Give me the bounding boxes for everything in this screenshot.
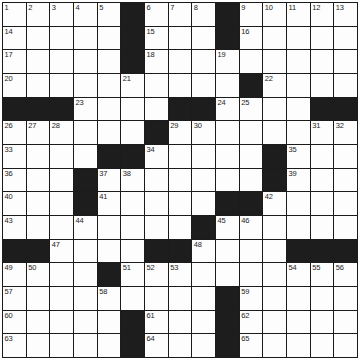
clue-number: 23 [74,98,97,107]
cell-r12c8[interactable]: 53 [169,263,192,286]
cell-r11c9[interactable]: 48 [192,240,215,263]
cell-r14c12[interactable] [263,311,286,334]
clue-number: 60 [3,311,26,320]
cell-r8c13[interactable]: 39 [287,169,310,192]
clue-number: 65 [240,334,263,343]
cell-r15c7[interactable]: 64 [145,334,168,357]
clue-number: 5 [98,3,121,12]
cell-r15c3[interactable] [50,334,73,357]
cell-r5c13[interactable] [287,98,310,121]
cell-r13c14[interactable] [311,287,334,310]
clue-number: 61 [145,311,168,320]
cell-r6c11[interactable] [240,121,263,144]
clue-number: 51 [121,263,144,272]
cell-r8c1[interactable]: 36 [3,169,26,192]
cell-r7c4[interactable] [74,145,97,168]
cell-r9c6[interactable] [121,192,144,215]
clue-number: 6 [145,3,168,12]
cell-r6c10[interactable] [216,121,239,144]
cell-r5c7[interactable] [145,98,168,121]
block-cell-r1c6 [121,3,144,26]
cell-r8c8[interactable] [169,169,192,192]
block-cell-r11c8 [169,240,192,263]
clue-number: 45 [216,216,239,225]
clue-number: 38 [121,169,144,178]
cell-r10c3[interactable] [50,216,73,239]
cell-r7c8[interactable] [169,145,192,168]
cell-r10c7[interactable] [145,216,168,239]
cell-r14c11[interactable]: 62 [240,311,263,334]
cell-r5c4[interactable]: 23 [74,98,97,121]
cell-r3c14[interactable] [311,50,334,73]
cell-r4c2[interactable] [27,74,50,97]
block-cell-r11c14 [311,240,334,263]
clue-number: 18 [145,50,168,59]
cell-r5c12[interactable] [263,98,286,121]
cell-r3c12[interactable] [263,50,286,73]
block-cell-r7c12 [263,145,286,168]
cell-r7c9[interactable] [192,145,215,168]
cell-r1c8[interactable]: 7 [169,3,192,26]
cell-r15c13[interactable] [287,334,310,357]
block-cell-r5c8 [169,98,192,121]
cell-r15c14[interactable] [311,334,334,357]
cell-r9c1[interactable]: 40 [3,192,26,215]
clue-number: 19 [216,50,239,59]
clue-number: 43 [3,216,26,225]
clue-number: 54 [287,263,310,272]
cell-r9c9[interactable] [192,192,215,215]
cell-r12c7[interactable]: 52 [145,263,168,286]
clue-number: 32 [334,121,357,130]
cell-r6c8[interactable]: 29 [169,121,192,144]
block-cell-r1c10 [216,3,239,26]
cell-r3c10[interactable]: 19 [216,50,239,73]
block-cell-r11c7 [145,240,168,263]
cell-r11c4[interactable] [74,240,97,263]
clue-number: 34 [145,145,168,154]
cell-r14c13[interactable] [287,311,310,334]
clue-number: 24 [216,98,239,107]
cell-r4c8[interactable] [169,74,192,97]
cell-r9c7[interactable] [145,192,168,215]
cell-r2c2[interactable] [27,27,50,50]
clue-number: 13 [334,3,357,12]
cell-r4c10[interactable] [216,74,239,97]
cell-r3c4[interactable] [74,50,97,73]
cell-r12c1[interactable]: 49 [3,263,26,286]
cell-r14c15[interactable] [334,311,357,334]
cell-r6c1[interactable]: 26 [3,121,26,144]
block-cell-r9c11 [240,192,263,215]
block-cell-r5c1 [3,98,26,121]
cell-r7c2[interactable] [27,145,50,168]
crossword-grid: 1234567891011121314151617181920212223242… [2,2,358,358]
cell-r12c9[interactable] [192,263,215,286]
cell-r8c14[interactable] [311,169,334,192]
cell-r12c6[interactable]: 51 [121,263,144,286]
clue-number: 16 [240,27,263,36]
cell-r15c8[interactable] [169,334,192,357]
cell-r9c12[interactable]: 42 [263,192,286,215]
cell-r1c9[interactable]: 8 [192,3,215,26]
cell-r1c11[interactable]: 9 [240,3,263,26]
cell-r3c15[interactable] [334,50,357,73]
clue-number: 27 [27,121,50,130]
cell-r2c13[interactable] [287,27,310,50]
cell-r13c2[interactable] [27,287,50,310]
cell-r7c13[interactable]: 35 [287,145,310,168]
cell-r12c14[interactable]: 55 [311,263,334,286]
cell-r2c12[interactable] [263,27,286,50]
cell-r6c14[interactable]: 31 [311,121,334,144]
clue-number: 36 [3,169,26,178]
clue-number: 10 [263,3,286,12]
cell-r14c3[interactable] [50,311,73,334]
cell-r2c4[interactable] [74,27,97,50]
cell-r5c5[interactable] [98,98,121,121]
cell-r9c5[interactable]: 41 [98,192,121,215]
cell-r12c13[interactable]: 54 [287,263,310,286]
cell-r3c1[interactable]: 17 [3,50,26,73]
cell-r15c5[interactable] [98,334,121,357]
clue-number: 50 [27,263,50,272]
clue-number: 44 [74,216,97,225]
clue-number: 35 [287,145,310,154]
cell-r1c4[interactable]: 4 [74,3,97,26]
block-cell-r15c6 [121,334,144,357]
cell-r2c14[interactable] [311,27,334,50]
cell-r8c5[interactable]: 37 [98,169,121,192]
block-cell-r13c10 [216,287,239,310]
block-cell-r14c10 [216,311,239,334]
clue-number: 9 [240,3,263,12]
clue-number: 48 [192,240,215,249]
cell-r10c14[interactable] [311,216,334,239]
cell-r8c15[interactable] [334,169,357,192]
cell-r1c15[interactable]: 13 [334,3,357,26]
cell-r10c12[interactable] [263,216,286,239]
cell-r13c4[interactable] [74,287,97,310]
clue-number: 41 [98,192,121,201]
cell-r13c8[interactable] [169,287,192,310]
cell-r11c5[interactable] [98,240,121,263]
cell-r4c14[interactable] [311,74,334,97]
cell-r6c15[interactable]: 32 [334,121,357,144]
cell-r12c11[interactable] [240,263,263,286]
block-cell-r9c10 [216,192,239,215]
cell-r2c3[interactable] [50,27,73,50]
clue-number: 11 [287,3,310,12]
cell-r13c11[interactable]: 59 [240,287,263,310]
cell-r15c12[interactable] [263,334,286,357]
block-cell-r8c12 [263,169,286,192]
cell-r10c6[interactable] [121,216,144,239]
clue-number: 12 [311,3,334,12]
clue-number: 58 [98,287,121,296]
block-cell-r11c2 [27,240,50,263]
block-cell-r5c3 [50,98,73,121]
block-cell-r7c5 [98,145,121,168]
cell-r7c10[interactable] [216,145,239,168]
cell-r8c2[interactable] [27,169,50,192]
clue-number: 39 [287,169,310,178]
cell-r3c8[interactable] [169,50,192,73]
cell-r10c8[interactable] [169,216,192,239]
cell-r13c5[interactable]: 58 [98,287,121,310]
cell-r12c15[interactable]: 56 [334,263,357,286]
clue-number: 56 [334,263,357,272]
cell-r8c7[interactable] [145,169,168,192]
cell-r10c11[interactable]: 46 [240,216,263,239]
cell-r1c3[interactable]: 3 [50,3,73,26]
cell-r11c6[interactable] [121,240,144,263]
clue-number: 4 [74,3,97,12]
cell-r4c15[interactable] [334,74,357,97]
cell-r1c13[interactable]: 11 [287,3,310,26]
cell-r6c12[interactable] [263,121,286,144]
clue-number: 2 [27,3,50,12]
cell-r6c6[interactable] [121,121,144,144]
cell-r2c1[interactable]: 14 [3,27,26,50]
cell-r10c15[interactable] [334,216,357,239]
cell-r10c5[interactable] [98,216,121,239]
clue-number: 29 [169,121,192,130]
cell-r14c8[interactable] [169,311,192,334]
cell-r13c7[interactable] [145,287,168,310]
block-cell-r15c10 [216,334,239,357]
cell-r8c11[interactable] [240,169,263,192]
clue-number: 31 [311,121,334,130]
cell-r12c4[interactable] [74,263,97,286]
cell-r8c10[interactable] [216,169,239,192]
cell-r6c13[interactable] [287,121,310,144]
cell-r7c14[interactable] [311,145,334,168]
cell-r3c9[interactable] [192,50,215,73]
clue-number: 14 [3,27,26,36]
cell-r3c11[interactable] [240,50,263,73]
block-cell-r12c5 [98,263,121,286]
block-cell-r11c1 [3,240,26,263]
cell-r10c13[interactable] [287,216,310,239]
cell-r2c15[interactable] [334,27,357,50]
cell-r3c5[interactable] [98,50,121,73]
cell-r15c15[interactable] [334,334,357,357]
clue-number: 30 [192,121,215,130]
cell-r13c9[interactable] [192,287,215,310]
cell-r14c2[interactable] [27,311,50,334]
cell-r7c7[interactable]: 34 [145,145,168,168]
cell-r13c12[interactable] [263,287,286,310]
clue-number: 63 [3,334,26,343]
clue-number: 52 [145,263,168,272]
block-cell-r10c9 [192,216,215,239]
cell-r4c13[interactable] [287,74,310,97]
cell-r4c12[interactable]: 22 [263,74,286,97]
cell-r5c11[interactable]: 25 [240,98,263,121]
cell-r2c11[interactable]: 16 [240,27,263,50]
clue-number: 37 [98,169,121,178]
cell-r14c5[interactable] [98,311,121,334]
clue-number: 1 [3,3,26,12]
block-cell-r5c14 [311,98,334,121]
block-cell-r5c2 [27,98,50,121]
clue-number: 53 [169,263,192,272]
cell-r15c1[interactable]: 63 [3,334,26,357]
cell-r7c11[interactable] [240,145,263,168]
cell-r15c2[interactable] [27,334,50,357]
cell-r11c3[interactable]: 47 [50,240,73,263]
cell-r9c13[interactable] [287,192,310,215]
block-cell-r2c10 [216,27,239,50]
clue-number: 25 [240,98,263,107]
cell-r12c12[interactable] [263,263,286,286]
cell-r12c3[interactable] [50,263,73,286]
clue-number: 42 [263,192,286,201]
clue-number: 47 [50,240,73,249]
cell-r14c7[interactable]: 61 [145,311,168,334]
cell-r14c4[interactable] [74,311,97,334]
clue-number: 7 [169,3,192,12]
block-cell-r14c6 [121,311,144,334]
cell-r3c13[interactable] [287,50,310,73]
cell-r15c4[interactable] [74,334,97,357]
cell-r4c5[interactable] [98,74,121,97]
cell-r6c5[interactable] [98,121,121,144]
cell-r13c3[interactable] [50,287,73,310]
cell-r4c9[interactable] [192,74,215,97]
cell-r1c2[interactable]: 2 [27,3,50,26]
clue-number: 3 [50,3,73,12]
block-cell-r5c15 [334,98,357,121]
cell-r3c2[interactable] [27,50,50,73]
block-cell-r3c6 [121,50,144,73]
clue-number: 59 [240,287,263,296]
cell-r7c15[interactable] [334,145,357,168]
block-cell-r7c6 [121,145,144,168]
cell-r9c2[interactable] [27,192,50,215]
cell-r9c14[interactable] [311,192,334,215]
cell-r11c10[interactable] [216,240,239,263]
cell-r10c4[interactable]: 44 [74,216,97,239]
cell-r6c9[interactable]: 30 [192,121,215,144]
clue-number: 57 [3,287,26,296]
cell-r8c6[interactable]: 38 [121,169,144,192]
clue-number: 64 [145,334,168,343]
clue-number: 15 [145,27,168,36]
cell-r3c7[interactable]: 18 [145,50,168,73]
cell-r4c4[interactable] [74,74,97,97]
block-cell-r9c4 [74,192,97,215]
block-cell-r8c4 [74,169,97,192]
cell-r1c12[interactable]: 10 [263,3,286,26]
cell-r15c9[interactable] [192,334,215,357]
block-cell-r2c6 [121,27,144,50]
cell-r1c14[interactable]: 12 [311,3,334,26]
cell-r9c15[interactable] [334,192,357,215]
clue-number: 22 [263,74,286,83]
clue-number: 17 [3,50,26,59]
clue-number: 40 [3,192,26,201]
cell-r10c2[interactable] [27,216,50,239]
cell-r4c1[interactable]: 20 [3,74,26,97]
cell-r13c1[interactable]: 57 [3,287,26,310]
clue-number: 33 [3,145,26,154]
clue-number: 46 [240,216,263,225]
clue-number: 55 [311,263,334,272]
cell-r1c7[interactable]: 6 [145,3,168,26]
cell-r9c3[interactable] [50,192,73,215]
cell-r5c10[interactable]: 24 [216,98,239,121]
cell-r14c1[interactable]: 60 [3,311,26,334]
cell-r8c3[interactable] [50,169,73,192]
cell-r3c3[interactable] [50,50,73,73]
cell-r4c6[interactable]: 21 [121,74,144,97]
cell-r2c9[interactable] [192,27,215,50]
cell-r7c3[interactable] [50,145,73,168]
cell-r5c6[interactable] [121,98,144,121]
clue-number: 8 [192,3,215,12]
clue-number: 49 [3,263,26,272]
clue-number: 28 [50,121,73,130]
cell-r2c7[interactable]: 15 [145,27,168,50]
cell-r15c11[interactable]: 65 [240,334,263,357]
cell-r11c11[interactable] [240,240,263,263]
clue-number: 21 [121,74,144,83]
cell-r12c10[interactable] [216,263,239,286]
cell-r1c1[interactable]: 1 [3,3,26,26]
cell-r8c9[interactable] [192,169,215,192]
cell-r7c1[interactable]: 33 [3,145,26,168]
cell-r6c3[interactable]: 28 [50,121,73,144]
block-cell-r5c9 [192,98,215,121]
cell-r9c8[interactable] [169,192,192,215]
cell-r14c14[interactable] [311,311,334,334]
cell-r14c9[interactable] [192,311,215,334]
clue-number: 26 [3,121,26,130]
cell-r11c12[interactable] [263,240,286,263]
cell-r10c1[interactable]: 43 [3,216,26,239]
cell-r2c8[interactable] [169,27,192,50]
clue-number: 20 [3,74,26,83]
cell-r4c7[interactable] [145,74,168,97]
block-cell-r11c13 [287,240,310,263]
cell-r10c10[interactable]: 45 [216,216,239,239]
cell-r12c2[interactable]: 50 [27,263,50,286]
cell-r13c13[interactable] [287,287,310,310]
block-cell-r11c15 [334,240,357,263]
cell-r6c4[interactable] [74,121,97,144]
cell-r4c3[interactable] [50,74,73,97]
block-cell-r4c11 [240,74,263,97]
block-cell-r6c7 [145,121,168,144]
cell-r2c5[interactable] [98,27,121,50]
cell-r13c6[interactable] [121,287,144,310]
cell-r1c5[interactable]: 5 [98,3,121,26]
cell-r13c15[interactable] [334,287,357,310]
clue-number: 62 [240,311,263,320]
cell-r6c2[interactable]: 27 [27,121,50,144]
